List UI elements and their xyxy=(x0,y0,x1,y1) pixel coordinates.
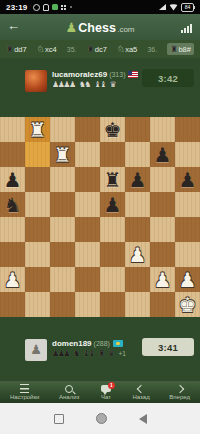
nav-chat[interactable]: 1Чат xyxy=(99,385,113,401)
square-h3[interactable] xyxy=(175,242,200,267)
square-g6[interactable] xyxy=(150,167,175,192)
square-h5[interactable] xyxy=(175,192,200,217)
black-rook: ♜ xyxy=(100,167,125,192)
notification-icons xyxy=(33,4,72,11)
square-c2[interactable] xyxy=(50,267,75,292)
black-pawn: ♟ xyxy=(100,192,125,217)
top-player-row: lucamoralez69 (313) ♟♟♟♟♞♞♝♝♛ xyxy=(25,70,138,92)
square-h6[interactable]: ♟ xyxy=(175,167,200,192)
square-g5[interactable] xyxy=(150,192,175,217)
square-b3[interactable] xyxy=(25,242,50,267)
square-c7[interactable]: ♜ xyxy=(50,142,75,167)
nav-analysis[interactable]: Анализ xyxy=(59,385,79,401)
us-flag-icon xyxy=(128,71,138,78)
bottom-player-meta: domen189 (288) ♟♟♟♞♝♝♜♛+1 xyxy=(52,339,126,361)
white-king: ♚ xyxy=(175,292,200,317)
black-pawn: ♟ xyxy=(0,167,25,192)
square-f8[interactable] xyxy=(125,117,150,142)
square-b6[interactable] xyxy=(25,167,50,192)
bottom-player-area: ♟ domen189 (288) ♟♟♟♞♝♝♜♛+1 3:41 xyxy=(0,317,200,381)
magnifier-icon xyxy=(65,385,73,393)
bottom-player-rating: (288) xyxy=(94,340,110,347)
nav-label-analysis: Анализ xyxy=(59,394,79,400)
square-h2[interactable]: ♟ xyxy=(175,267,200,292)
white-rook-figurine: ♜ xyxy=(87,44,95,54)
square-a5[interactable]: ♞ xyxy=(0,192,25,217)
square-a6[interactable]: ♟ xyxy=(0,167,25,192)
wifi-icon xyxy=(169,4,178,11)
nav-label-chat: Чат xyxy=(101,394,111,400)
logo-brand-text: Chess xyxy=(78,21,116,35)
top-player-clock: 3:42 xyxy=(142,69,194,87)
black-pawn: ♟ xyxy=(150,142,175,167)
captured-bishops: ♝♝ xyxy=(94,80,107,89)
top-captured-tray: ♟♟♟♟♞♞♝♝♛ xyxy=(52,80,138,89)
top-player-name: lucamoralez69 xyxy=(52,70,107,79)
white-pawn: ♟ xyxy=(125,242,150,267)
white-pawn: ♟ xyxy=(175,267,200,292)
black-knight-figurine: ♘ xyxy=(37,44,45,54)
move-number: 35. xyxy=(67,46,77,53)
bottom-player-avatar[interactable]: ♟ xyxy=(25,339,47,361)
move-Rdc7: ♜dc7 xyxy=(87,44,107,54)
square-h8[interactable] xyxy=(175,117,200,142)
square-c5[interactable] xyxy=(50,192,75,217)
chevron-left-icon xyxy=(137,385,145,393)
square-d2[interactable] xyxy=(75,267,100,292)
captured-pawns: ♟♟♟♟ xyxy=(52,80,76,89)
chevron-left-icon-wrap xyxy=(134,385,148,393)
square-d4[interactable] xyxy=(75,217,100,242)
square-c3[interactable] xyxy=(50,242,75,267)
bottom-player-name: domen189 xyxy=(52,339,92,348)
avatar-pawn-icon: ♟ xyxy=(30,339,42,361)
cell-signal-icon xyxy=(159,4,166,10)
square-h7[interactable] xyxy=(175,142,200,167)
battery-icon: 84 xyxy=(181,3,194,12)
app-header: ← ♟ Chess .com xyxy=(0,14,200,40)
connection-signal-bars-icon xyxy=(181,24,192,33)
square-a3[interactable] xyxy=(0,242,25,267)
square-f5[interactable] xyxy=(125,192,150,217)
square-g8[interactable] xyxy=(150,117,175,142)
nav-forward[interactable]: Вперед xyxy=(169,385,190,401)
chesscom-logo: ♟ Chess .com xyxy=(65,20,134,35)
square-g3[interactable] xyxy=(150,242,175,267)
square-d3[interactable] xyxy=(75,242,100,267)
square-f6[interactable]: ♟ xyxy=(125,167,150,192)
square-h1[interactable]: ♚ xyxy=(175,292,200,317)
app-notification-icon xyxy=(43,4,49,11)
square-g1[interactable] xyxy=(150,292,175,317)
captured-bishops: ♝♝ xyxy=(83,349,96,358)
white-pawn: ♟ xyxy=(150,267,175,292)
top-player-area: lucamoralez69 (313) ♟♟♟♟♞♞♝♝♛ 3:42 xyxy=(0,58,200,117)
square-a2[interactable]: ♟ xyxy=(0,267,25,292)
white-rook-figurine: ♜ xyxy=(6,44,14,54)
move-ticker[interactable]: ♜dd7♘xc435.♜dc7♘xa536.♜b8# xyxy=(0,40,200,58)
nav-back[interactable]: Назад xyxy=(133,385,150,401)
square-d8[interactable] xyxy=(75,117,100,142)
menu-list-icon-wrap xyxy=(18,385,32,393)
move-number: 36. xyxy=(147,46,157,53)
move-Nxa5: ♘xa5 xyxy=(117,44,137,54)
square-f7[interactable] xyxy=(125,142,150,167)
top-player-avatar[interactable] xyxy=(25,70,47,92)
bottom-captured-tray: ♟♟♟♞♝♝♜♛+1 xyxy=(52,349,126,358)
white-pawn: ♟ xyxy=(0,267,25,292)
alarm-clock-icon xyxy=(33,4,40,11)
black-knight: ♞ xyxy=(0,192,25,217)
square-d5[interactable] xyxy=(75,192,100,217)
recents-square-icon[interactable] xyxy=(54,414,64,424)
material-score: +1 xyxy=(118,350,125,357)
square-b4[interactable] xyxy=(25,217,50,242)
captured-queen: ♛ xyxy=(108,349,115,358)
status-right-icons: 84 xyxy=(159,3,194,12)
back-arrow-button[interactable]: ← xyxy=(7,18,20,33)
square-c4[interactable] xyxy=(50,217,75,242)
captured-rook: ♜ xyxy=(98,349,105,358)
chevron-right-icon xyxy=(175,385,183,393)
square-c6[interactable] xyxy=(50,167,75,192)
captured-knights: ♞♞ xyxy=(79,80,92,89)
square-f4[interactable] xyxy=(125,217,150,242)
square-g4[interactable] xyxy=(150,217,175,242)
square-g7[interactable]: ♟ xyxy=(150,142,175,167)
chat-unread-badge: 1 xyxy=(108,382,115,389)
square-c8[interactable] xyxy=(50,117,75,142)
square-e7[interactable] xyxy=(100,142,125,167)
home-circle-icon[interactable] xyxy=(96,413,107,424)
square-a1[interactable] xyxy=(0,292,25,317)
square-e2[interactable] xyxy=(100,267,125,292)
square-a7[interactable] xyxy=(0,142,25,167)
white-rook: ♜ xyxy=(50,142,75,167)
square-e4[interactable] xyxy=(100,217,125,242)
square-e1[interactable] xyxy=(100,292,125,317)
status-time: 23:19 xyxy=(6,3,27,12)
square-e3[interactable] xyxy=(100,242,125,267)
black-knight-figurine: ♘ xyxy=(117,44,125,54)
back-triangle-icon[interactable] xyxy=(139,414,147,424)
bottom-player-row: ♟ domen189 (288) ♟♟♟♞♝♝♜♛+1 xyxy=(25,339,126,361)
grid-app-icon xyxy=(61,5,63,7)
overflow-dot-icon xyxy=(70,6,72,8)
move-Rdd7: ♜dd7 xyxy=(6,44,27,54)
nav-label-back: Назад xyxy=(133,394,150,400)
nav-settings[interactable]: Настройки xyxy=(10,385,39,401)
logo-suffix-text: .com xyxy=(117,25,134,34)
square-e6[interactable]: ♜ xyxy=(100,167,125,192)
bottom-player-clock: 3:41 xyxy=(142,338,194,356)
black-king: ♚ xyxy=(100,117,125,142)
square-b5[interactable] xyxy=(25,192,50,217)
chat-bubble-icon-wrap: 1 xyxy=(99,385,113,393)
android-nav-bar xyxy=(0,403,200,434)
menu-list-icon xyxy=(20,384,29,393)
bottom-nav: НастройкиАнализ1ЧатНазадВперед xyxy=(0,381,200,403)
square-b1[interactable] xyxy=(25,292,50,317)
green-app-icon xyxy=(52,4,58,10)
square-d1[interactable] xyxy=(75,292,100,317)
chess-board[interactable]: ♜♚♜♟♟♜♟♟♞♟♟♟♟♟♚ xyxy=(0,117,200,317)
status-bar: 23:19 84 xyxy=(0,0,200,14)
square-f2[interactable] xyxy=(125,267,150,292)
square-h4[interactable] xyxy=(175,217,200,242)
white-rook: ♜ xyxy=(25,117,50,142)
square-c1[interactable] xyxy=(50,292,75,317)
square-a8[interactable] xyxy=(0,117,25,142)
chevron-right-icon-wrap xyxy=(173,385,187,393)
square-b8[interactable]: ♜ xyxy=(25,117,50,142)
magnifier-icon-wrap xyxy=(62,385,76,393)
top-player-meta: lucamoralez69 (313) ♟♟♟♟♞♞♝♝♛ xyxy=(52,70,138,92)
kz-flag-icon xyxy=(113,340,123,347)
square-b2[interactable] xyxy=(25,267,50,292)
black-pawn: ♟ xyxy=(175,167,200,192)
nav-label-forward: Вперед xyxy=(169,394,190,400)
square-b7[interactable] xyxy=(25,142,50,167)
square-d6[interactable] xyxy=(75,167,100,192)
captured-knight: ♞ xyxy=(73,349,80,358)
nav-label-settings: Настройки xyxy=(10,394,39,400)
square-f1[interactable] xyxy=(125,292,150,317)
logo-pawn-icon: ♟ xyxy=(65,20,77,35)
square-d7[interactable] xyxy=(75,142,100,167)
square-a4[interactable] xyxy=(0,217,25,242)
top-player-rating: (313) xyxy=(109,71,125,78)
square-f3[interactable]: ♟ xyxy=(125,242,150,267)
captured-pawns: ♟♟♟ xyxy=(52,349,71,358)
captured-queen: ♛ xyxy=(109,80,116,89)
move-Rb8#: ♜b8# xyxy=(167,43,194,55)
square-e8[interactable]: ♚ xyxy=(100,117,125,142)
black-pawn: ♟ xyxy=(125,167,150,192)
square-g2[interactable]: ♟ xyxy=(150,267,175,292)
square-e5[interactable]: ♟ xyxy=(100,192,125,217)
white-rook-figurine: ♜ xyxy=(170,44,178,54)
move-Nxc4: ♘xc4 xyxy=(37,44,57,54)
